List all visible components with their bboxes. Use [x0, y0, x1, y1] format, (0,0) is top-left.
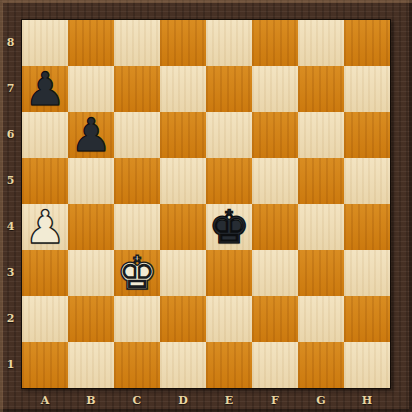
square-c4[interactable]	[114, 204, 160, 250]
square-e6[interactable]	[206, 112, 252, 158]
square-g5[interactable]	[298, 158, 344, 204]
square-b1[interactable]	[68, 342, 114, 388]
square-a2[interactable]	[22, 296, 68, 342]
square-d1[interactable]	[160, 342, 206, 388]
file-label-h: H	[344, 389, 390, 411]
square-b7[interactable]	[68, 66, 114, 112]
square-c6[interactable]	[114, 112, 160, 158]
square-b3[interactable]	[68, 250, 114, 296]
square-b6[interactable]: ♟	[68, 112, 114, 158]
square-d4[interactable]	[160, 204, 206, 250]
rank-label-7: 7	[0, 65, 21, 111]
file-label-f: F	[252, 389, 298, 411]
square-c2[interactable]	[114, 296, 160, 342]
square-h1[interactable]	[344, 342, 390, 388]
square-h6[interactable]	[344, 112, 390, 158]
square-f2[interactable]	[252, 296, 298, 342]
square-f3[interactable]	[252, 250, 298, 296]
white-pawn[interactable]: ♟	[24, 204, 65, 250]
file-label-d: D	[160, 389, 206, 411]
square-a1[interactable]	[22, 342, 68, 388]
square-c5[interactable]	[114, 158, 160, 204]
square-f5[interactable]	[252, 158, 298, 204]
square-b5[interactable]	[68, 158, 114, 204]
square-d8[interactable]	[160, 20, 206, 66]
square-e2[interactable]	[206, 296, 252, 342]
square-a7[interactable]: ♟	[22, 66, 68, 112]
square-g1[interactable]	[298, 342, 344, 388]
square-h4[interactable]	[344, 204, 390, 250]
square-e3[interactable]	[206, 250, 252, 296]
square-b8[interactable]	[68, 20, 114, 66]
square-f6[interactable]	[252, 112, 298, 158]
square-d7[interactable]	[160, 66, 206, 112]
square-c1[interactable]	[114, 342, 160, 388]
square-h7[interactable]	[344, 66, 390, 112]
black-pawn[interactable]: ♟	[24, 66, 65, 112]
square-d2[interactable]	[160, 296, 206, 342]
square-f1[interactable]	[252, 342, 298, 388]
file-label-c: C	[114, 389, 160, 411]
square-b4[interactable]	[68, 204, 114, 250]
square-e5[interactable]	[206, 158, 252, 204]
square-g3[interactable]	[298, 250, 344, 296]
square-f4[interactable]	[252, 204, 298, 250]
square-g6[interactable]	[298, 112, 344, 158]
square-g4[interactable]	[298, 204, 344, 250]
square-d6[interactable]	[160, 112, 206, 158]
square-a6[interactable]	[22, 112, 68, 158]
square-e4[interactable]: ♚	[206, 204, 252, 250]
rank-label-6: 6	[0, 111, 21, 157]
square-a5[interactable]	[22, 158, 68, 204]
square-c8[interactable]	[114, 20, 160, 66]
square-h5[interactable]	[344, 158, 390, 204]
square-a8[interactable]	[22, 20, 68, 66]
square-g2[interactable]	[298, 296, 344, 342]
square-g7[interactable]	[298, 66, 344, 112]
square-b2[interactable]	[68, 296, 114, 342]
file-label-g: G	[298, 389, 344, 411]
rank-label-3: 3	[0, 249, 21, 295]
square-f8[interactable]	[252, 20, 298, 66]
square-a3[interactable]	[22, 250, 68, 296]
square-e8[interactable]	[206, 20, 252, 66]
file-label-b: B	[68, 389, 114, 411]
black-pawn[interactable]: ♟	[70, 112, 111, 158]
file-label-e: E	[206, 389, 252, 411]
rank-label-5: 5	[0, 157, 21, 203]
square-e7[interactable]	[206, 66, 252, 112]
square-g8[interactable]	[298, 20, 344, 66]
square-h3[interactable]	[344, 250, 390, 296]
square-h8[interactable]	[344, 20, 390, 66]
rank-label-2: 2	[0, 295, 21, 341]
square-d3[interactable]	[160, 250, 206, 296]
square-f7[interactable]	[252, 66, 298, 112]
square-c3[interactable]: ♚	[114, 250, 160, 296]
black-king[interactable]: ♚	[208, 204, 249, 250]
square-c7[interactable]	[114, 66, 160, 112]
file-label-a: A	[22, 389, 68, 411]
square-h2[interactable]	[344, 296, 390, 342]
chess-board: ♟♟♟♚♚	[21, 19, 391, 389]
chess-board-frame: ♟♟♟♚♚ 87654321 ABCDEFGH	[0, 0, 412, 412]
rank-label-1: 1	[0, 341, 21, 387]
square-e1[interactable]	[206, 342, 252, 388]
rank-label-4: 4	[0, 203, 21, 249]
rank-label-8: 8	[0, 19, 21, 65]
white-king[interactable]: ♚	[116, 250, 157, 296]
square-d5[interactable]	[160, 158, 206, 204]
square-a4[interactable]: ♟	[22, 204, 68, 250]
